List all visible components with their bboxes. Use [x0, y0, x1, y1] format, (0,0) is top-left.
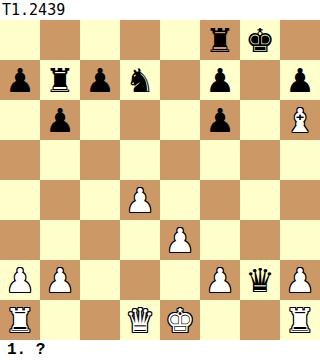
- square-f2[interactable]: ♟: [200, 260, 240, 300]
- square-e2[interactable]: [160, 260, 200, 300]
- square-b3[interactable]: [40, 220, 80, 260]
- square-a8[interactable]: [0, 20, 40, 60]
- square-g2[interactable]: ♛: [240, 260, 280, 300]
- square-f7[interactable]: ♟: [200, 60, 240, 100]
- square-b7[interactable]: ♜: [40, 60, 80, 100]
- square-b5[interactable]: [40, 140, 80, 180]
- square-f1[interactable]: [200, 300, 240, 340]
- white-pawn-b2[interactable]: ♟: [40, 260, 80, 300]
- square-g8[interactable]: ♚: [240, 20, 280, 60]
- square-c2[interactable]: [80, 260, 120, 300]
- black-pawn-a7[interactable]: ♟: [0, 60, 40, 100]
- white-pawn-f2[interactable]: ♟: [200, 260, 240, 300]
- square-h4[interactable]: [280, 180, 320, 220]
- square-d8[interactable]: [120, 20, 160, 60]
- square-a5[interactable]: [0, 140, 40, 180]
- square-e6[interactable]: [160, 100, 200, 140]
- square-h6[interactable]: ♝: [280, 100, 320, 140]
- white-queen-d1[interactable]: ♛: [120, 300, 160, 340]
- white-pawn-h2[interactable]: ♟: [280, 260, 320, 300]
- square-a2[interactable]: ♟: [0, 260, 40, 300]
- square-d3[interactable]: [120, 220, 160, 260]
- black-pawn-c7[interactable]: ♟: [80, 60, 120, 100]
- white-king-e1[interactable]: ♚: [160, 300, 200, 340]
- square-d4[interactable]: ♟: [120, 180, 160, 220]
- move-prompt: 1. ?: [7, 340, 45, 360]
- square-d5[interactable]: [120, 140, 160, 180]
- black-pawn-b6[interactable]: ♟: [40, 100, 80, 140]
- square-h7[interactable]: ♟: [280, 60, 320, 100]
- black-rook-b7[interactable]: ♜: [40, 60, 80, 100]
- square-f3[interactable]: [200, 220, 240, 260]
- black-queen-g2[interactable]: ♛: [240, 260, 280, 300]
- square-a7[interactable]: ♟: [0, 60, 40, 100]
- square-c8[interactable]: [80, 20, 120, 60]
- square-c1[interactable]: [80, 300, 120, 340]
- square-c6[interactable]: [80, 100, 120, 140]
- square-f4[interactable]: [200, 180, 240, 220]
- white-pawn-a2[interactable]: ♟: [0, 260, 40, 300]
- square-g4[interactable]: [240, 180, 280, 220]
- black-pawn-f6[interactable]: ♟: [200, 100, 240, 140]
- square-b6[interactable]: ♟: [40, 100, 80, 140]
- square-d2[interactable]: [120, 260, 160, 300]
- square-a4[interactable]: [0, 180, 40, 220]
- puzzle-page: T1.2439 ♜♚♟♜♟♞♟♟♟♟♝♟♟♟♟♟♛♟♜♛♚♜ 1. ?: [0, 0, 320, 360]
- black-king-g8[interactable]: ♚: [240, 20, 280, 60]
- white-rook-a1[interactable]: ♜: [0, 300, 40, 340]
- square-g7[interactable]: [240, 60, 280, 100]
- square-d7[interactable]: ♞: [120, 60, 160, 100]
- square-e5[interactable]: [160, 140, 200, 180]
- white-pawn-e3[interactable]: ♟: [160, 220, 200, 260]
- square-e4[interactable]: [160, 180, 200, 220]
- square-e3[interactable]: ♟: [160, 220, 200, 260]
- black-knight-d7[interactable]: ♞: [120, 60, 160, 100]
- square-e1[interactable]: ♚: [160, 300, 200, 340]
- black-pawn-h7[interactable]: ♟: [280, 60, 320, 100]
- white-rook-h1[interactable]: ♜: [280, 300, 320, 340]
- square-c3[interactable]: [80, 220, 120, 260]
- chess-board: ♜♚♟♜♟♞♟♟♟♟♝♟♟♟♟♟♛♟♜♛♚♜: [0, 20, 320, 340]
- square-b2[interactable]: ♟: [40, 260, 80, 300]
- square-b4[interactable]: [40, 180, 80, 220]
- square-g6[interactable]: [240, 100, 280, 140]
- square-c7[interactable]: ♟: [80, 60, 120, 100]
- square-h8[interactable]: [280, 20, 320, 60]
- black-pawn-f7[interactable]: ♟: [200, 60, 240, 100]
- square-c5[interactable]: [80, 140, 120, 180]
- square-h1[interactable]: ♜: [280, 300, 320, 340]
- white-pawn-d4[interactable]: ♟: [120, 180, 160, 220]
- white-bishop-h6[interactable]: ♝: [280, 100, 320, 140]
- square-a1[interactable]: ♜: [0, 300, 40, 340]
- square-e7[interactable]: [160, 60, 200, 100]
- square-a6[interactable]: [0, 100, 40, 140]
- square-f5[interactable]: [200, 140, 240, 180]
- square-g1[interactable]: [240, 300, 280, 340]
- square-h3[interactable]: [280, 220, 320, 260]
- black-rook-f8[interactable]: ♜: [200, 20, 240, 60]
- square-h2[interactable]: ♟: [280, 260, 320, 300]
- square-d6[interactable]: [120, 100, 160, 140]
- square-c4[interactable]: [80, 180, 120, 220]
- square-d1[interactable]: ♛: [120, 300, 160, 340]
- square-b8[interactable]: [40, 20, 80, 60]
- square-g5[interactable]: [240, 140, 280, 180]
- square-f8[interactable]: ♜: [200, 20, 240, 60]
- square-b1[interactable]: [40, 300, 80, 340]
- square-g3[interactable]: [240, 220, 280, 260]
- square-e8[interactable]: [160, 20, 200, 60]
- square-f6[interactable]: ♟: [200, 100, 240, 140]
- square-h5[interactable]: [280, 140, 320, 180]
- puzzle-id-label: T1.2439: [2, 0, 65, 20]
- square-a3[interactable]: [0, 220, 40, 260]
